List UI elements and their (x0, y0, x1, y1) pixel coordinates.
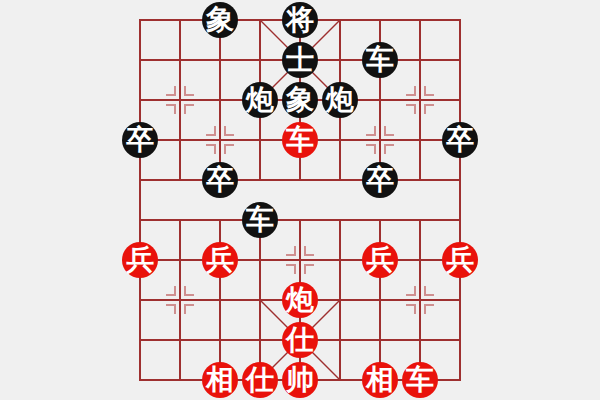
piece-black-pawn[interactable]: 卒 (202, 162, 238, 198)
position-marker (206, 145, 215, 154)
position-marker (366, 145, 375, 154)
piece-red-advisor[interactable]: 仕 (282, 322, 318, 358)
position-marker (166, 105, 175, 114)
piece-red-general[interactable]: 帅 (282, 362, 318, 398)
position-marker (305, 246, 314, 255)
position-marker (225, 126, 234, 135)
piece-red-cannon[interactable]: 炮 (282, 282, 318, 318)
position-marker (185, 105, 194, 114)
piece-red-elephant[interactable]: 相 (362, 362, 398, 398)
position-marker (425, 286, 434, 295)
piece-black-pawn[interactable]: 卒 (122, 122, 158, 158)
position-marker (385, 145, 394, 154)
piece-black-cannon[interactable]: 炮 (322, 82, 358, 118)
position-marker (425, 105, 434, 114)
position-marker (166, 286, 175, 295)
piece-red-advisor[interactable]: 仕 (242, 362, 278, 398)
position-marker (385, 126, 394, 135)
piece-black-chariot[interactable]: 车 (242, 202, 278, 238)
piece-black-pawn[interactable]: 卒 (362, 162, 398, 198)
xiangqi-board: 象将士车炮象炮卒车卒卒卒车兵兵兵兵炮仕相仕帅相车 (0, 0, 600, 400)
position-marker (206, 126, 215, 135)
position-marker (366, 126, 375, 135)
piece-black-general[interactable]: 将 (282, 2, 318, 38)
piece-black-elephant[interactable]: 象 (202, 2, 238, 38)
piece-red-chariot[interactable]: 车 (282, 122, 318, 158)
piece-red-pawn[interactable]: 兵 (362, 242, 398, 278)
position-marker (185, 305, 194, 314)
position-marker (305, 265, 314, 274)
position-marker (406, 105, 415, 114)
piece-red-pawn[interactable]: 兵 (202, 242, 238, 278)
piece-black-elephant[interactable]: 象 (282, 82, 318, 118)
position-marker (166, 305, 175, 314)
position-marker (185, 86, 194, 95)
position-marker (185, 286, 194, 295)
piece-red-pawn[interactable]: 兵 (122, 242, 158, 278)
position-marker (406, 86, 415, 95)
piece-black-cannon[interactable]: 炮 (242, 82, 278, 118)
piece-black-pawn[interactable]: 卒 (442, 122, 478, 158)
position-marker (406, 305, 415, 314)
position-marker (286, 246, 295, 255)
piece-black-chariot[interactable]: 车 (362, 42, 398, 78)
position-marker (425, 86, 434, 95)
piece-red-chariot[interactable]: 车 (402, 362, 438, 398)
piece-red-pawn[interactable]: 兵 (442, 242, 478, 278)
piece-red-elephant[interactable]: 相 (202, 362, 238, 398)
position-marker (166, 86, 175, 95)
position-marker (286, 265, 295, 274)
position-marker (406, 286, 415, 295)
position-marker (425, 305, 434, 314)
piece-black-advisor[interactable]: 士 (282, 42, 318, 78)
position-marker (225, 145, 234, 154)
